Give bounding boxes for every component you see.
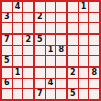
sudoku-cell-r8c7[interactable] [68, 79, 78, 89]
sudoku-cell-r7c2[interactable]: 1 [13, 68, 23, 78]
sudoku-cell-r1c8[interactable]: 1 [79, 2, 89, 12]
sudoku-cell-r6c9[interactable] [89, 56, 99, 66]
sudoku-cell-r9c1[interactable] [2, 89, 12, 99]
sudoku-cell-r5c2[interactable] [13, 46, 23, 56]
sudoku-cell-r7c5[interactable] [46, 68, 56, 78]
sudoku-cell-r4c1[interactable]: 7 [2, 35, 12, 45]
sudoku-box-r2c1: 725 [2, 35, 33, 66]
sudoku-cell-r7c9[interactable]: 8 [89, 68, 99, 78]
sudoku-cell-r8c1[interactable]: 6 [2, 79, 12, 89]
sudoku-cell-r8c6[interactable] [56, 79, 66, 89]
given-digit: 1 [48, 46, 54, 54]
sudoku-cell-r7c7[interactable]: 2 [68, 68, 78, 78]
sudoku-cell-r6c3[interactable] [23, 56, 33, 66]
sudoku-cell-r5c4[interactable] [35, 46, 45, 56]
sudoku-cell-r5c1[interactable] [2, 46, 12, 56]
given-digit: 5 [37, 35, 43, 43]
sudoku-cell-r9c7[interactable]: 5 [68, 89, 78, 99]
sudoku-cell-r3c4[interactable] [35, 23, 45, 33]
sudoku-puzzle: 43217255181647285 [0, 0, 101, 101]
sudoku-cell-r1c2[interactable]: 4 [13, 2, 23, 12]
given-digit: 7 [37, 90, 43, 98]
sudoku-cell-r8c2[interactable] [13, 79, 23, 89]
sudoku-board: 43217255181647285 [0, 0, 101, 101]
sudoku-cell-r1c9[interactable] [89, 2, 99, 12]
given-digit: 8 [58, 46, 64, 54]
given-digit: 4 [48, 79, 54, 87]
sudoku-cell-r1c1[interactable] [2, 2, 12, 12]
sudoku-cell-r5c3[interactable] [23, 46, 33, 56]
sudoku-cell-r3c8[interactable] [79, 23, 89, 33]
sudoku-cell-r1c7[interactable] [68, 2, 78, 12]
sudoku-cell-r4c3[interactable]: 2 [23, 35, 33, 45]
sudoku-cell-r7c8[interactable] [79, 68, 89, 78]
sudoku-cell-r8c4[interactable] [35, 79, 45, 89]
sudoku-cell-r7c6[interactable] [56, 68, 66, 78]
sudoku-cell-r6c5[interactable] [46, 56, 56, 66]
sudoku-box-r2c2: 518 [35, 35, 66, 66]
sudoku-cell-r9c9[interactable] [89, 89, 99, 99]
sudoku-cell-r1c6[interactable] [56, 2, 66, 12]
sudoku-cell-r2c6[interactable] [56, 13, 66, 23]
sudoku-cell-r5c5[interactable]: 1 [46, 46, 56, 56]
sudoku-box-r1c2: 2 [35, 2, 66, 33]
sudoku-cell-r2c9[interactable] [89, 13, 99, 23]
sudoku-cell-r8c9[interactable] [89, 79, 99, 89]
sudoku-cell-r5c6[interactable]: 8 [56, 46, 66, 56]
sudoku-cell-r5c8[interactable] [79, 46, 89, 56]
sudoku-cell-r2c7[interactable] [68, 13, 78, 23]
sudoku-cell-r2c5[interactable] [46, 13, 56, 23]
sudoku-cell-r2c1[interactable]: 3 [2, 13, 12, 23]
given-digit: 2 [25, 35, 31, 43]
sudoku-box-r3c3: 285 [68, 68, 99, 99]
sudoku-cell-r6c2[interactable] [13, 56, 23, 66]
sudoku-cell-r3c9[interactable] [89, 23, 99, 33]
sudoku-box-r2c3 [68, 35, 99, 66]
sudoku-cell-r7c1[interactable] [2, 68, 12, 78]
given-digit: 5 [70, 90, 76, 98]
sudoku-box-r1c1: 43 [2, 2, 33, 33]
sudoku-cell-r7c4[interactable] [35, 68, 45, 78]
sudoku-cell-r3c5[interactable] [46, 23, 56, 33]
given-digit: 1 [81, 2, 87, 10]
sudoku-cell-r6c6[interactable] [56, 56, 66, 66]
sudoku-cell-r2c3[interactable] [23, 13, 33, 23]
given-digit: 1 [15, 68, 21, 76]
sudoku-cell-r5c7[interactable] [68, 46, 78, 56]
sudoku-cell-r8c8[interactable] [79, 79, 89, 89]
sudoku-cell-r4c8[interactable] [79, 35, 89, 45]
sudoku-cell-r2c8[interactable] [79, 13, 89, 23]
sudoku-cell-r3c3[interactable] [23, 23, 33, 33]
sudoku-cell-r4c9[interactable] [89, 35, 99, 45]
sudoku-cell-r2c4[interactable]: 2 [35, 13, 45, 23]
sudoku-cell-r4c6[interactable] [56, 35, 66, 45]
sudoku-cell-r9c2[interactable] [13, 89, 23, 99]
sudoku-box-r3c1: 16 [2, 68, 33, 99]
given-digit: 2 [70, 68, 76, 76]
given-digit: 4 [15, 2, 21, 10]
sudoku-cell-r9c3[interactable] [23, 89, 33, 99]
sudoku-cell-r4c7[interactable] [68, 35, 78, 45]
sudoku-cell-r3c6[interactable] [56, 23, 66, 33]
sudoku-cell-r9c6[interactable] [56, 89, 66, 99]
sudoku-box-r1c3: 1 [68, 2, 99, 33]
sudoku-cell-r9c5[interactable] [46, 89, 56, 99]
sudoku-cell-r1c3[interactable] [23, 2, 33, 12]
sudoku-cell-r1c5[interactable] [46, 2, 56, 12]
sudoku-cell-r8c3[interactable] [23, 79, 33, 89]
sudoku-cell-r1c4[interactable] [35, 2, 45, 12]
sudoku-cell-r6c7[interactable] [68, 56, 78, 66]
sudoku-cell-r9c8[interactable] [79, 89, 89, 99]
sudoku-cell-r6c4[interactable] [35, 56, 45, 66]
given-digit: 8 [91, 68, 97, 76]
sudoku-cell-r4c5[interactable] [46, 35, 56, 45]
sudoku-cell-r6c1[interactable]: 5 [2, 56, 12, 66]
sudoku-cell-r6c8[interactable] [79, 56, 89, 66]
sudoku-cell-r5c9[interactable] [89, 46, 99, 56]
given-digit: 5 [4, 57, 10, 65]
sudoku-cell-r7c3[interactable] [23, 68, 33, 78]
sudoku-cell-r4c2[interactable] [13, 35, 23, 45]
sudoku-cell-r4c4[interactable]: 5 [35, 35, 45, 45]
given-digit: 7 [4, 35, 10, 43]
given-digit: 2 [37, 13, 43, 21]
sudoku-cell-r8c5[interactable]: 4 [46, 79, 56, 89]
sudoku-cell-r2c2[interactable] [13, 13, 23, 23]
sudoku-cell-r3c7[interactable] [68, 23, 78, 33]
given-digit: 3 [4, 13, 10, 21]
sudoku-cell-r3c1[interactable] [2, 23, 12, 33]
given-digit: 6 [4, 79, 10, 87]
sudoku-box-r3c2: 47 [35, 68, 66, 99]
sudoku-cell-r9c4[interactable]: 7 [35, 89, 45, 99]
sudoku-cell-r3c2[interactable] [13, 23, 23, 33]
